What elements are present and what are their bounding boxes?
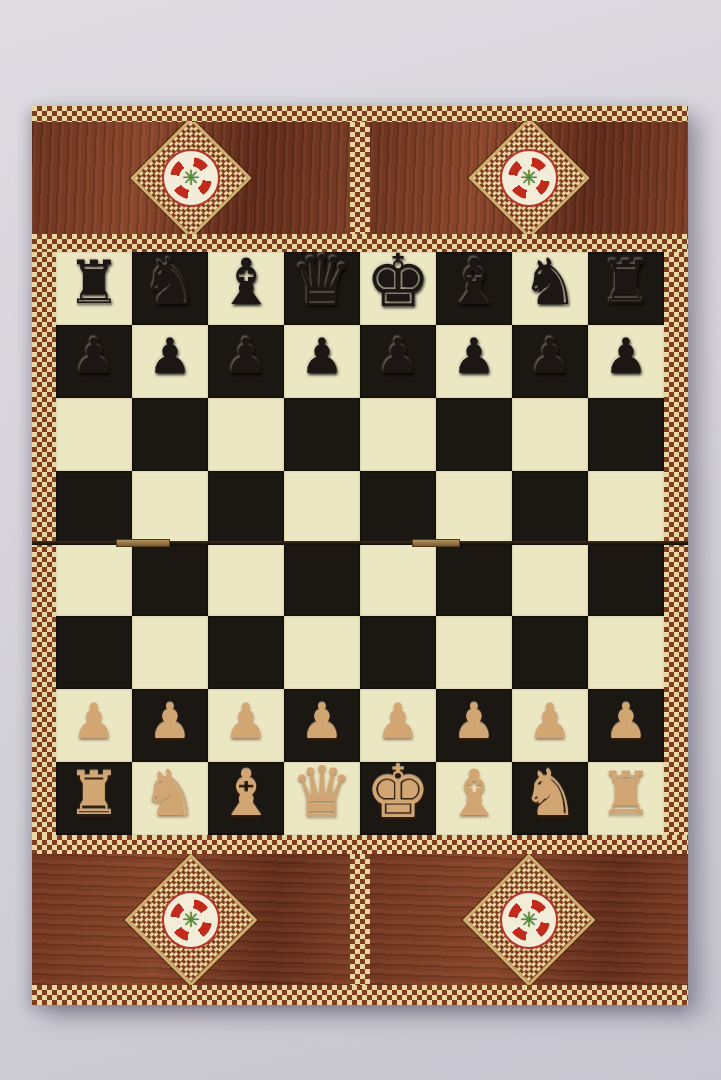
square-e2[interactable]: ♟ [360, 689, 436, 762]
square-g3[interactable] [512, 616, 588, 689]
rosette-icon: ✳ [179, 166, 203, 190]
black-knight-piece: ♞ [141, 250, 198, 314]
white-bishop-piece: ♝ [445, 760, 502, 824]
hinge-left [116, 539, 170, 547]
rosette-icon: ✳ [517, 908, 541, 932]
mosaic-divider-bottom [350, 854, 370, 985]
square-c6[interactable] [208, 398, 284, 471]
black-bishop-piece: ♝ [445, 250, 502, 314]
medallion-ring: ✳ [500, 149, 558, 207]
mahogany-panel-bottom-right: ✳ [370, 854, 688, 985]
square-h6[interactable] [588, 398, 664, 471]
black-pawn-piece: ♟ [376, 332, 420, 381]
square-b6[interactable] [132, 398, 208, 471]
medallion-ring: ✳ [500, 891, 558, 949]
white-pawn-piece: ♟ [376, 696, 420, 745]
square-f6[interactable] [436, 398, 512, 471]
square-e1[interactable]: ♚ [360, 762, 436, 835]
square-c8[interactable]: ♝ [208, 252, 284, 325]
black-pawn-piece: ♟ [528, 332, 572, 381]
white-pawn-piece: ♟ [72, 696, 116, 745]
folding-chess-box: ✳ ✳ ♜♞♝♛♚♝♞♜♟♟♟♟♟♟♟♟♟♟♟♟♟♟♟♟♜♞♝♛♚♝♞♜ [32, 106, 688, 1005]
square-b5[interactable] [132, 471, 208, 544]
black-queen-piece: ♛ [291, 246, 354, 316]
white-king-piece: ♚ [365, 755, 430, 828]
mahogany-panel-top-left: ✳ [32, 122, 350, 234]
square-b1[interactable]: ♞ [132, 762, 208, 835]
square-g8[interactable]: ♞ [512, 252, 588, 325]
black-pawn-piece: ♟ [224, 332, 268, 381]
square-f4[interactable] [436, 544, 512, 617]
top-panels: ✳ ✳ [32, 122, 688, 234]
square-a4[interactable] [56, 544, 132, 617]
mosaic-border-below-board [32, 835, 688, 854]
square-b8[interactable]: ♞ [132, 252, 208, 325]
square-g5[interactable] [512, 471, 588, 544]
white-rook-piece: ♜ [67, 763, 121, 823]
square-e7[interactable]: ♟ [360, 325, 436, 398]
inlay-medallion-top-right: ✳ [468, 122, 590, 234]
square-d8[interactable]: ♛ [284, 252, 360, 325]
black-pawn-piece: ♟ [148, 332, 192, 381]
square-g2[interactable]: ♟ [512, 689, 588, 762]
mosaic-border-bottom [32, 985, 688, 1005]
square-e4[interactable] [360, 544, 436, 617]
black-pawn-piece: ♟ [604, 332, 648, 381]
square-g4[interactable] [512, 544, 588, 617]
square-d6[interactable] [284, 398, 360, 471]
square-b4[interactable] [132, 544, 208, 617]
inlay-medallion-bottom-right: ✳ [463, 854, 596, 985]
medallion-ring: ✳ [162, 149, 220, 207]
pinwheel-star-icon: ✳ [508, 899, 550, 941]
mahogany-panel-bottom-left: ✳ [32, 854, 350, 985]
square-h3[interactable] [588, 616, 664, 689]
rosette-icon: ✳ [179, 908, 203, 932]
square-e3[interactable] [360, 616, 436, 689]
square-a5[interactable] [56, 471, 132, 544]
white-knight-piece: ♞ [521, 760, 578, 824]
square-g6[interactable] [512, 398, 588, 471]
mahogany-panel-top-right: ✳ [370, 122, 688, 234]
square-e8[interactable]: ♚ [360, 252, 436, 325]
white-pawn-piece: ♟ [224, 696, 268, 745]
white-pawn-piece: ♟ [300, 696, 344, 745]
inlay-medallion-bottom-left: ✳ [125, 854, 258, 985]
square-b2[interactable]: ♟ [132, 689, 208, 762]
pinwheel-star-icon: ✳ [508, 157, 550, 199]
white-pawn-piece: ♟ [148, 696, 192, 745]
square-f8[interactable]: ♝ [436, 252, 512, 325]
square-f2[interactable]: ♟ [436, 689, 512, 762]
square-f3[interactable] [436, 616, 512, 689]
square-c3[interactable] [208, 616, 284, 689]
square-a8[interactable]: ♜ [56, 252, 132, 325]
square-h2[interactable]: ♟ [588, 689, 664, 762]
black-bishop-piece: ♝ [217, 250, 274, 314]
hinge-right [412, 539, 460, 547]
black-rook-piece: ♜ [599, 252, 653, 312]
square-a6[interactable] [56, 398, 132, 471]
pinwheel-star-icon: ✳ [170, 899, 212, 941]
square-c5[interactable] [208, 471, 284, 544]
square-b7[interactable]: ♟ [132, 325, 208, 398]
square-d4[interactable] [284, 544, 360, 617]
mosaic-border-top [32, 106, 688, 122]
square-d1[interactable]: ♛ [284, 762, 360, 835]
square-f1[interactable]: ♝ [436, 762, 512, 835]
black-pawn-piece: ♟ [72, 332, 116, 381]
medallion-ring: ✳ [162, 891, 220, 949]
mosaic-border-above-board [32, 234, 688, 252]
square-f7[interactable]: ♟ [436, 325, 512, 398]
square-g1[interactable]: ♞ [512, 762, 588, 835]
square-a3[interactable] [56, 616, 132, 689]
square-a1[interactable]: ♜ [56, 762, 132, 835]
square-e5[interactable] [360, 471, 436, 544]
square-h7[interactable]: ♟ [588, 325, 664, 398]
white-bishop-piece: ♝ [217, 760, 274, 824]
black-rook-piece: ♜ [67, 252, 121, 312]
rosette-icon: ✳ [517, 166, 541, 190]
square-a7[interactable]: ♟ [56, 325, 132, 398]
square-a2[interactable]: ♟ [56, 689, 132, 762]
square-c2[interactable]: ♟ [208, 689, 284, 762]
white-rook-piece: ♜ [599, 763, 653, 823]
square-h8[interactable]: ♜ [588, 252, 664, 325]
inlay-medallion-top-left: ✳ [130, 122, 252, 234]
square-d3[interactable] [284, 616, 360, 689]
square-h5[interactable] [588, 471, 664, 544]
black-king-piece: ♚ [365, 245, 430, 318]
square-h4[interactable] [588, 544, 664, 617]
square-f5[interactable] [436, 471, 512, 544]
black-knight-piece: ♞ [521, 250, 578, 314]
white-pawn-piece: ♟ [528, 696, 572, 745]
white-pawn-piece: ♟ [452, 696, 496, 745]
square-d5[interactable] [284, 471, 360, 544]
square-b3[interactable] [132, 616, 208, 689]
white-knight-piece: ♞ [141, 760, 198, 824]
square-e6[interactable] [360, 398, 436, 471]
white-pawn-piece: ♟ [604, 696, 648, 745]
square-c4[interactable] [208, 544, 284, 617]
square-c1[interactable]: ♝ [208, 762, 284, 835]
white-queen-piece: ♛ [291, 757, 354, 827]
black-pawn-piece: ♟ [452, 332, 496, 381]
bottom-panels: ✳ ✳ [32, 854, 688, 985]
square-c7[interactable]: ♟ [208, 325, 284, 398]
square-h1[interactable]: ♜ [588, 762, 664, 835]
mosaic-divider-top [350, 122, 370, 234]
square-d7[interactable]: ♟ [284, 325, 360, 398]
black-pawn-piece: ♟ [300, 332, 344, 381]
pinwheel-star-icon: ✳ [170, 157, 212, 199]
square-g7[interactable]: ♟ [512, 325, 588, 398]
square-d2[interactable]: ♟ [284, 689, 360, 762]
